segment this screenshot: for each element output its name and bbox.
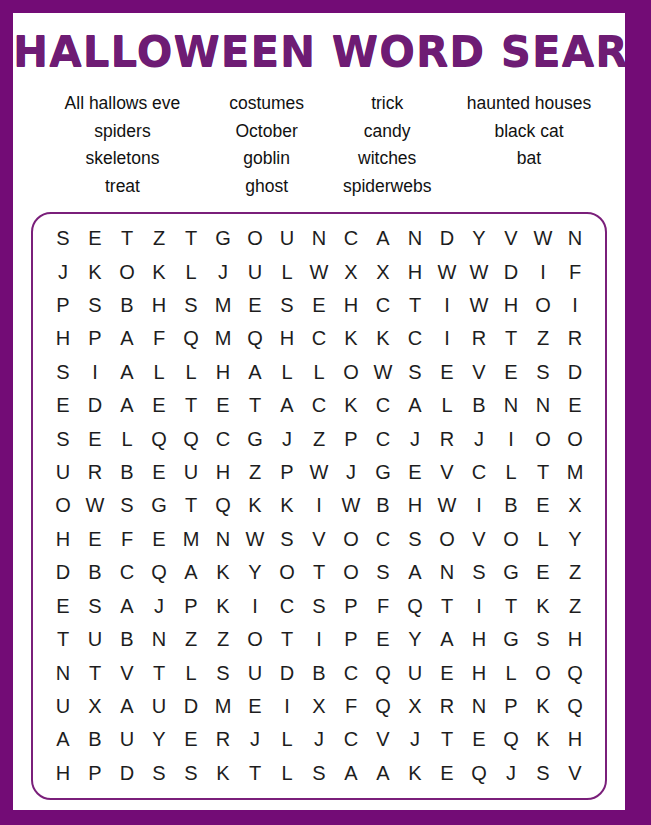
grid-cell-r12c6[interactable]: K: [207, 590, 239, 623]
grid-cell-r5c8[interactable]: L: [271, 356, 303, 389]
grid-cell-r13c3[interactable]: B: [111, 623, 143, 656]
grid-cell-r12c10[interactable]: P: [335, 590, 367, 623]
grid-cell-r3c15[interactable]: H: [495, 289, 527, 322]
grid-cell-r17c13[interactable]: E: [431, 757, 463, 790]
grid-cell-r11c4[interactable]: Q: [143, 556, 175, 589]
grid-cell-r6c14[interactable]: B: [463, 389, 495, 422]
grid-cell-r6c11[interactable]: C: [367, 389, 399, 422]
grid-cell-r15c16[interactable]: K: [527, 690, 559, 723]
grid-cell-r12c13[interactable]: T: [431, 590, 463, 623]
grid-cell-r13c6[interactable]: Z: [207, 623, 239, 656]
grid-cell-r6c6[interactable]: E: [207, 389, 239, 422]
grid-cell-r11c15[interactable]: G: [495, 556, 527, 589]
grid-cell-r4c1[interactable]: H: [47, 322, 79, 355]
grid-cell-r5c14[interactable]: V: [463, 356, 495, 389]
grid-cell-r15c15[interactable]: P: [495, 690, 527, 723]
grid-cell-r7c16[interactable]: O: [527, 422, 559, 455]
grid-cell-r14c6[interactable]: S: [207, 656, 239, 689]
grid-cell-r2c7[interactable]: U: [239, 255, 271, 288]
grid-cell-r16c4[interactable]: Y: [143, 723, 175, 756]
grid-cell-r2c4[interactable]: K: [143, 255, 175, 288]
grid-cell-r3c5[interactable]: S: [175, 289, 207, 322]
grid-cell-r12c2[interactable]: S: [79, 590, 111, 623]
grid-cell-r3c1[interactable]: P: [47, 289, 79, 322]
grid-cell-r12c3[interactable]: A: [111, 590, 143, 623]
grid-cell-r16c8[interactable]: L: [271, 723, 303, 756]
grid-cell-r14c12[interactable]: U: [399, 656, 431, 689]
grid-cell-r16c6[interactable]: R: [207, 723, 239, 756]
grid-cell-r16c1[interactable]: A: [47, 723, 79, 756]
grid-cell-r13c8[interactable]: T: [271, 623, 303, 656]
grid-cell-r10c14[interactable]: V: [463, 523, 495, 556]
grid-cell-r3c13[interactable]: I: [431, 289, 463, 322]
grid-cell-r17c2[interactable]: P: [79, 757, 111, 790]
grid-cell-r1c2[interactable]: E: [79, 222, 111, 255]
grid-cell-r7c10[interactable]: P: [335, 422, 367, 455]
grid-cell-r6c13[interactable]: L: [431, 389, 463, 422]
grid-cell-r5c17[interactable]: D: [559, 356, 591, 389]
grid-cell-r13c13[interactable]: A: [431, 623, 463, 656]
grid-cell-r11c3[interactable]: C: [111, 556, 143, 589]
grid-cell-r2c17[interactable]: F: [559, 255, 591, 288]
grid-cell-r7c5[interactable]: Q: [175, 422, 207, 455]
grid-cell-r10c1[interactable]: H: [47, 523, 79, 556]
grid-cell-r12c12[interactable]: Q: [399, 590, 431, 623]
grid-cell-r5c3[interactable]: A: [111, 356, 143, 389]
grid-cell-r14c7[interactable]: U: [239, 656, 271, 689]
grid-cell-r15c4[interactable]: U: [143, 690, 175, 723]
grid-cell-r2c10[interactable]: X: [335, 255, 367, 288]
grid-cell-r1c15[interactable]: V: [495, 222, 527, 255]
grid-cell-r11c2[interactable]: B: [79, 556, 111, 589]
grid-cell-r11c11[interactable]: S: [367, 556, 399, 589]
grid-cell-r4c17[interactable]: R: [559, 322, 591, 355]
grid-cell-r10c5[interactable]: M: [175, 523, 207, 556]
grid-cell-r7c6[interactable]: C: [207, 422, 239, 455]
grid-cell-r6c17[interactable]: E: [559, 389, 591, 422]
grid-cell-r16c15[interactable]: Q: [495, 723, 527, 756]
grid-cell-r11c8[interactable]: O: [271, 556, 303, 589]
grid-cell-r9c17[interactable]: X: [559, 489, 591, 522]
grid-cell-r7c8[interactable]: J: [271, 422, 303, 455]
grid-cell-r8c17[interactable]: M: [559, 456, 591, 489]
grid-cell-r10c7[interactable]: W: [239, 523, 271, 556]
grid-cell-r8c13[interactable]: V: [431, 456, 463, 489]
grid-cell-r7c2[interactable]: E: [79, 422, 111, 455]
grid-cell-r9c1[interactable]: O: [47, 489, 79, 522]
grid-cell-r12c7[interactable]: I: [239, 590, 271, 623]
grid-cell-r11c16[interactable]: E: [527, 556, 559, 589]
grid-cell-r15c5[interactable]: D: [175, 690, 207, 723]
grid-cell-r10c8[interactable]: S: [271, 523, 303, 556]
word-list-item: haunted houses: [467, 90, 592, 117]
grid-cell-r16c12[interactable]: J: [399, 723, 431, 756]
grid-cell-r7c7[interactable]: G: [239, 422, 271, 455]
grid-cell-r3c16[interactable]: O: [527, 289, 559, 322]
grid-cell-r14c11[interactable]: Q: [367, 656, 399, 689]
grid-cell-r14c1[interactable]: N: [47, 656, 79, 689]
grid-cell-r12c15[interactable]: T: [495, 590, 527, 623]
grid-cell-r3c6[interactable]: M: [207, 289, 239, 322]
grid-cell-r15c11[interactable]: Q: [367, 690, 399, 723]
grid-cell-r11c5[interactable]: A: [175, 556, 207, 589]
grid-cell-r4c11[interactable]: K: [367, 322, 399, 355]
grid-cell-r15c12[interactable]: X: [399, 690, 431, 723]
grid-cell-r1c7[interactable]: O: [239, 222, 271, 255]
grid-cell-r8c14[interactable]: C: [463, 456, 495, 489]
grid-cell-r14c3[interactable]: V: [111, 656, 143, 689]
grid-cell-r17c10[interactable]: A: [335, 757, 367, 790]
grid-cell-r2c6[interactable]: J: [207, 255, 239, 288]
grid-cell-r7c13[interactable]: R: [431, 422, 463, 455]
grid-cell-r9c14[interactable]: I: [463, 489, 495, 522]
grid-cell-r17c14[interactable]: Q: [463, 757, 495, 790]
grid-cell-r1c12[interactable]: N: [399, 222, 431, 255]
grid-cell-r1c1[interactable]: S: [47, 222, 79, 255]
word-list-item: candy: [364, 118, 411, 145]
grid-cell-r17c15[interactable]: J: [495, 757, 527, 790]
grid-cell-r10c10[interactable]: O: [335, 523, 367, 556]
grid-cell-r4c16[interactable]: Z: [527, 322, 559, 355]
grid-cell-r13c2[interactable]: U: [79, 623, 111, 656]
grid-cell-r12c4[interactable]: J: [143, 590, 175, 623]
grid-cell-r3c2[interactable]: S: [79, 289, 111, 322]
grid-cell-r14c16[interactable]: O: [527, 656, 559, 689]
grid-cell-r1c14[interactable]: Y: [463, 222, 495, 255]
grid-cell-r1c5[interactable]: T: [175, 222, 207, 255]
grid-cell-r8c5[interactable]: U: [175, 456, 207, 489]
grid-cell-r9c7[interactable]: K: [239, 489, 271, 522]
grid-cell-r10c12[interactable]: S: [399, 523, 431, 556]
grid-cell-r9c15[interactable]: B: [495, 489, 527, 522]
grid-cell-r2c15[interactable]: D: [495, 255, 527, 288]
grid-cell-r3c4[interactable]: H: [143, 289, 175, 322]
grid-cell-r6c8[interactable]: A: [271, 389, 303, 422]
grid-cell-r8c1[interactable]: U: [47, 456, 79, 489]
grid-cell-r16c11[interactable]: V: [367, 723, 399, 756]
grid-cell-r13c15[interactable]: G: [495, 623, 527, 656]
grid-cell-r11c14[interactable]: S: [463, 556, 495, 589]
grid-cell-r8c4[interactable]: E: [143, 456, 175, 489]
grid-cell-r2c14[interactable]: W: [463, 255, 495, 288]
grid-cell-r1c10[interactable]: C: [335, 222, 367, 255]
grid-cell-r6c2[interactable]: D: [79, 389, 111, 422]
grid-cell-r2c3[interactable]: O: [111, 255, 143, 288]
grid-cell-r2c5[interactable]: L: [175, 255, 207, 288]
word-list-item: costumes: [229, 90, 304, 117]
grid-cell-r7c15[interactable]: I: [495, 422, 527, 455]
grid-cell-r9c9[interactable]: I: [303, 489, 335, 522]
grid-cell-r4c6[interactable]: M: [207, 322, 239, 355]
word-column-2: costumesOctobergoblinghost: [210, 90, 323, 199]
grid-cell-r9c12[interactable]: H: [399, 489, 431, 522]
grid-cell-r9c10[interactable]: W: [335, 489, 367, 522]
grid-cell-r15c9[interactable]: X: [303, 690, 335, 723]
grid-cell-r16c3[interactable]: U: [111, 723, 143, 756]
grid-cell-r8c6[interactable]: H: [207, 456, 239, 489]
grid-cell-r12c17[interactable]: Z: [559, 590, 591, 623]
grid-cell-r3c9[interactable]: E: [303, 289, 335, 322]
grid-cell-r8c3[interactable]: B: [111, 456, 143, 489]
grid-cell-r2c1[interactable]: J: [47, 255, 79, 288]
grid-cell-r10c3[interactable]: F: [111, 523, 143, 556]
grid-cell-r17c8[interactable]: L: [271, 757, 303, 790]
grid-cell-r17c4[interactable]: S: [143, 757, 175, 790]
grid-cell-r16c16[interactable]: K: [527, 723, 559, 756]
grid-cell-r9c11[interactable]: B: [367, 489, 399, 522]
grid-cell-r15c6[interactable]: M: [207, 690, 239, 723]
grid-cell-r11c17[interactable]: Z: [559, 556, 591, 589]
grid-cell-r5c9[interactable]: L: [303, 356, 335, 389]
grid-cell-r14c14[interactable]: H: [463, 656, 495, 689]
grid-cell-r1c3[interactable]: T: [111, 222, 143, 255]
grid-cell-r6c1[interactable]: E: [47, 389, 79, 422]
grid-cell-r5c10[interactable]: O: [335, 356, 367, 389]
grid-cell-r12c1[interactable]: E: [47, 590, 79, 623]
grid-cell-r14c8[interactable]: D: [271, 656, 303, 689]
grid-cell-r11c7[interactable]: Y: [239, 556, 271, 589]
grid-cell-r5c4[interactable]: L: [143, 356, 175, 389]
grid-cell-r17c7[interactable]: T: [239, 757, 271, 790]
grid-cell-r4c8[interactable]: H: [271, 322, 303, 355]
grid-cell-r4c15[interactable]: T: [495, 322, 527, 355]
grid-cell-r13c16[interactable]: S: [527, 623, 559, 656]
grid-cell-r16c17[interactable]: H: [559, 723, 591, 756]
grid-cell-r9c8[interactable]: K: [271, 489, 303, 522]
grid-cell-r16c10[interactable]: C: [335, 723, 367, 756]
grid-cell-r7c12[interactable]: J: [399, 422, 431, 455]
grid-cell-r10c16[interactable]: L: [527, 523, 559, 556]
grid-cell-r16c13[interactable]: T: [431, 723, 463, 756]
grid-cell-r17c11[interactable]: A: [367, 757, 399, 790]
grid-cell-r4c3[interactable]: A: [111, 322, 143, 355]
grid-cell-r17c3[interactable]: D: [111, 757, 143, 790]
grid-cell-r2c16[interactable]: I: [527, 255, 559, 288]
grid-cell-r6c12[interactable]: A: [399, 389, 431, 422]
grid-cell-r6c3[interactable]: A: [111, 389, 143, 422]
grid-cell-r17c16[interactable]: S: [527, 757, 559, 790]
puzzle-page: HALLOWEEN WORD SEARCH All hallows evespi…: [0, 0, 651, 825]
grid-cell-r13c12[interactable]: Y: [399, 623, 431, 656]
grid-cell-r8c2[interactable]: R: [79, 456, 111, 489]
grid-cell-r12c8[interactable]: C: [271, 590, 303, 623]
grid-cell-r13c17[interactable]: H: [559, 623, 591, 656]
grid-cell-r13c1[interactable]: T: [47, 623, 79, 656]
grid-cell-r17c17[interactable]: V: [559, 757, 591, 790]
grid-cell-r9c13[interactable]: W: [431, 489, 463, 522]
grid-cell-r10c15[interactable]: O: [495, 523, 527, 556]
grid-cell-r4c13[interactable]: I: [431, 322, 463, 355]
grid-cell-r3c14[interactable]: W: [463, 289, 495, 322]
grid-cell-r4c7[interactable]: Q: [239, 322, 271, 355]
grid-cell-r14c9[interactable]: B: [303, 656, 335, 689]
word-list-item: ghost: [245, 173, 288, 200]
grid-cell-r4c14[interactable]: R: [463, 322, 495, 355]
word-list-item: goblin: [243, 145, 290, 172]
word-list-item: skeletons: [85, 145, 159, 172]
grid-cell-r3c11[interactable]: C: [367, 289, 399, 322]
grid-cell-r2c8[interactable]: L: [271, 255, 303, 288]
grid-cell-r1c11[interactable]: A: [367, 222, 399, 255]
grid-cell-r15c10[interactable]: F: [335, 690, 367, 723]
grid-cell-r14c13[interactable]: E: [431, 656, 463, 689]
grid-cell-r13c4[interactable]: N: [143, 623, 175, 656]
grid-cell-r4c9[interactable]: C: [303, 322, 335, 355]
grid-cell-r3c10[interactable]: H: [335, 289, 367, 322]
grid-cell-r10c9[interactable]: V: [303, 523, 335, 556]
grid-cell-r6c7[interactable]: T: [239, 389, 271, 422]
grid-cell-r3c8[interactable]: S: [271, 289, 303, 322]
grid-cell-r9c2[interactable]: W: [79, 489, 111, 522]
grid-cell-r5c6[interactable]: H: [207, 356, 239, 389]
grid-cell-r6c9[interactable]: C: [303, 389, 335, 422]
grid-cell-r10c6[interactable]: N: [207, 523, 239, 556]
grid-cell-r13c10[interactable]: P: [335, 623, 367, 656]
grid-cell-r5c12[interactable]: S: [399, 356, 431, 389]
grid-cell-r15c8[interactable]: I: [271, 690, 303, 723]
grid-cell-r5c5[interactable]: L: [175, 356, 207, 389]
grid-cell-r2c13[interactable]: W: [431, 255, 463, 288]
grid-cell-r7c3[interactable]: L: [111, 422, 143, 455]
grid-cell-r9c16[interactable]: E: [527, 489, 559, 522]
word-list-item: All hallows eve: [65, 90, 181, 117]
grid-cell-r9c3[interactable]: S: [111, 489, 143, 522]
grid-cell-r5c13[interactable]: E: [431, 356, 463, 389]
grid-cell-r17c9[interactable]: S: [303, 757, 335, 790]
grid-cell-r14c2[interactable]: T: [79, 656, 111, 689]
grid-cell-r16c2[interactable]: B: [79, 723, 111, 756]
grid-cell-r11c13[interactable]: N: [431, 556, 463, 589]
grid-cell-r3c17[interactable]: I: [559, 289, 591, 322]
grid-cell-r15c3[interactable]: A: [111, 690, 143, 723]
grid-cell-r6c16[interactable]: N: [527, 389, 559, 422]
grid-cell-r5c15[interactable]: E: [495, 356, 527, 389]
grid-cell-r8c15[interactable]: L: [495, 456, 527, 489]
grid-cell-r3c7[interactable]: E: [239, 289, 271, 322]
grid-cell-r10c2[interactable]: E: [79, 523, 111, 556]
grid-cell-r5c11[interactable]: W: [367, 356, 399, 389]
grid-cell-r6c5[interactable]: T: [175, 389, 207, 422]
grid-cell-r4c12[interactable]: C: [399, 322, 431, 355]
grid-cell-r4c4[interactable]: F: [143, 322, 175, 355]
grid-cell-r15c2[interactable]: X: [79, 690, 111, 723]
grid-cell-r9c4[interactable]: G: [143, 489, 175, 522]
grid-cell-r9c6[interactable]: Q: [207, 489, 239, 522]
grid-cell-r6c4[interactable]: E: [143, 389, 175, 422]
grid-cell-r13c14[interactable]: H: [463, 623, 495, 656]
grid-cell-r11c10[interactable]: O: [335, 556, 367, 589]
grid-cell-r15c7[interactable]: E: [239, 690, 271, 723]
grid-cell-r3c12[interactable]: T: [399, 289, 431, 322]
grid-cell-r5c2[interactable]: I: [79, 356, 111, 389]
grid-cell-r10c13[interactable]: O: [431, 523, 463, 556]
grid-cell-r10c4[interactable]: E: [143, 523, 175, 556]
grid-cell-r13c11[interactable]: E: [367, 623, 399, 656]
word-column-4: haunted housesblack catbat: [451, 90, 607, 199]
grid-cell-r16c7[interactable]: J: [239, 723, 271, 756]
grid-cell-r9c5[interactable]: T: [175, 489, 207, 522]
grid-cell-r5c7[interactable]: A: [239, 356, 271, 389]
grid-cell-r8c9[interactable]: W: [303, 456, 335, 489]
grid-cell-r15c1[interactable]: U: [47, 690, 79, 723]
grid-cell-r14c15[interactable]: L: [495, 656, 527, 689]
grid-cell-r14c5[interactable]: L: [175, 656, 207, 689]
grid-cell-r11c9[interactable]: T: [303, 556, 335, 589]
grid-cell-r6c15[interactable]: N: [495, 389, 527, 422]
grid-cell-r4c2[interactable]: P: [79, 322, 111, 355]
grid-cell-r5c16[interactable]: S: [527, 356, 559, 389]
grid-cell-r13c7[interactable]: O: [239, 623, 271, 656]
grid-cell-r8c11[interactable]: G: [367, 456, 399, 489]
grid-cell-r2c11[interactable]: X: [367, 255, 399, 288]
grid-cell-r7c11[interactable]: C: [367, 422, 399, 455]
grid-cell-r4c5[interactable]: Q: [175, 322, 207, 355]
grid-cell-r8c12[interactable]: E: [399, 456, 431, 489]
grid-cell-r12c5[interactable]: P: [175, 590, 207, 623]
grid-cell-r2c9[interactable]: W: [303, 255, 335, 288]
grid-cell-r16c5[interactable]: E: [175, 723, 207, 756]
grid-cell-r17c1[interactable]: H: [47, 757, 79, 790]
grid-cell-r13c9[interactable]: I: [303, 623, 335, 656]
grid-cell-r11c12[interactable]: A: [399, 556, 431, 589]
grid-cell-r17c6[interactable]: K: [207, 757, 239, 790]
grid-cell-r10c17[interactable]: Y: [559, 523, 591, 556]
grid-cell-r7c4[interactable]: Q: [143, 422, 175, 455]
grid-cell-r16c9[interactable]: J: [303, 723, 335, 756]
grid-cell-r6c10[interactable]: K: [335, 389, 367, 422]
grid-cell-r1c13[interactable]: D: [431, 222, 463, 255]
grid-cell-r1c9[interactable]: N: [303, 222, 335, 255]
grid-cell-r1c8[interactable]: U: [271, 222, 303, 255]
grid-cell-r12c9[interactable]: S: [303, 590, 335, 623]
grid-cell-r14c10[interactable]: C: [335, 656, 367, 689]
grid-cell-r8c8[interactable]: P: [271, 456, 303, 489]
grid-cell-r11c1[interactable]: D: [47, 556, 79, 589]
grid-cell-r14c17[interactable]: Q: [559, 656, 591, 689]
grid-cell-r1c6[interactable]: G: [207, 222, 239, 255]
grid-cell-r11c6[interactable]: K: [207, 556, 239, 589]
grid-cell-r12c16[interactable]: K: [527, 590, 559, 623]
grid-cell-r15c14[interactable]: N: [463, 690, 495, 723]
grid-cell-r15c13[interactable]: R: [431, 690, 463, 723]
grid-cell-r8c10[interactable]: J: [335, 456, 367, 489]
grid-cell-r8c7[interactable]: Z: [239, 456, 271, 489]
grid-cell-r10c11[interactable]: C: [367, 523, 399, 556]
grid-cell-r17c5[interactable]: S: [175, 757, 207, 790]
grid-cell-r16c14[interactable]: E: [463, 723, 495, 756]
grid-cell-r5c1[interactable]: S: [47, 356, 79, 389]
grid-cell-r2c12[interactable]: H: [399, 255, 431, 288]
grid-cell-r7c14[interactable]: J: [463, 422, 495, 455]
grid-cell-r1c16[interactable]: W: [527, 222, 559, 255]
grid-cell-r7c9[interactable]: Z: [303, 422, 335, 455]
grid-cell-r13c5[interactable]: Z: [175, 623, 207, 656]
grid-cell-r7c1[interactable]: S: [47, 422, 79, 455]
grid-cell-r1c17[interactable]: N: [559, 222, 591, 255]
grid-cell-r8c16[interactable]: T: [527, 456, 559, 489]
grid-cell-r17c12[interactable]: K: [399, 757, 431, 790]
grid-cell-r3c3[interactable]: B: [111, 289, 143, 322]
grid-cell-r15c17[interactable]: Q: [559, 690, 591, 723]
word-column-1: All hallows evespidersskeletonstreat: [35, 90, 210, 199]
grid-cell-r12c11[interactable]: F: [367, 590, 399, 623]
grid-cell-r2c2[interactable]: K: [79, 255, 111, 288]
grid-cell-r1c4[interactable]: Z: [143, 222, 175, 255]
grid-cell-r4c10[interactable]: K: [335, 322, 367, 355]
grid-cell-r14c4[interactable]: T: [143, 656, 175, 689]
grid-cell-r12c14[interactable]: I: [463, 590, 495, 623]
grid-cell-r7c17[interactable]: O: [559, 422, 591, 455]
